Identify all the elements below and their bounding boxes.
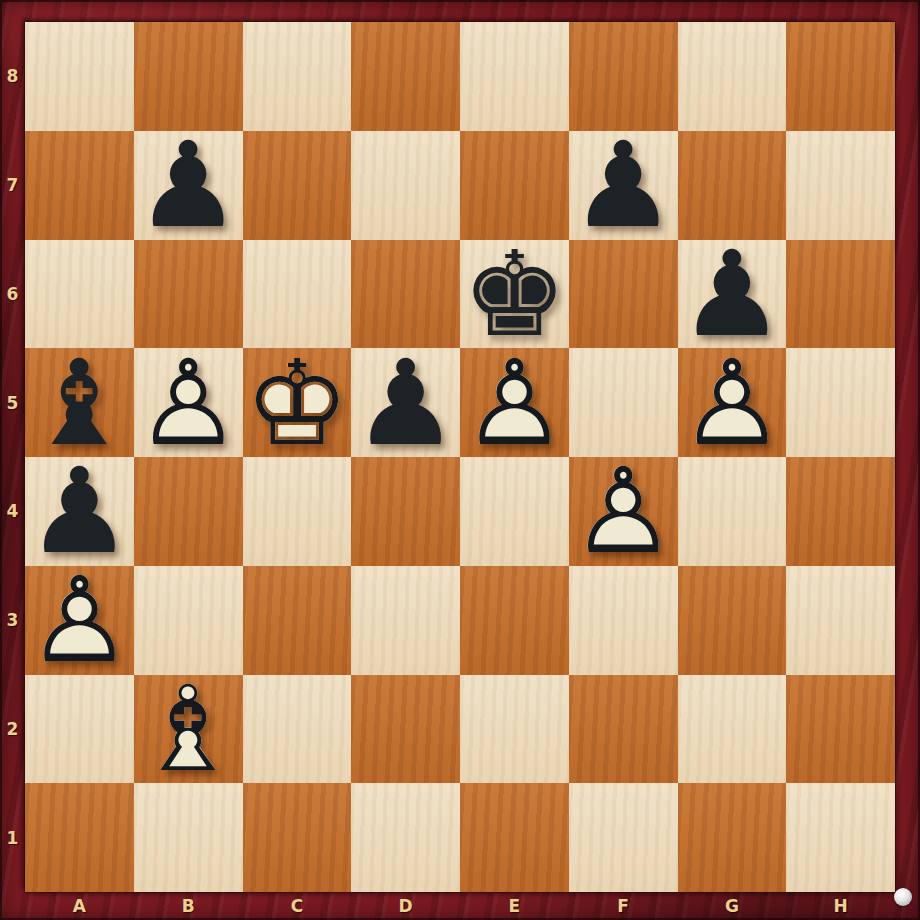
square-f4[interactable]: ♟♙ [569, 457, 678, 566]
square-d6[interactable] [351, 240, 460, 349]
square-c6[interactable] [243, 240, 352, 349]
rank-label-1: 1 [0, 783, 25, 892]
square-d5[interactable]: ♟ [351, 348, 460, 457]
white-pawn-outline-glyph: ♙ [678, 348, 787, 457]
file-label-f: F [569, 892, 678, 920]
square-a4[interactable]: ♟ [25, 457, 134, 566]
square-d4[interactable] [351, 457, 460, 566]
square-h4[interactable] [786, 457, 895, 566]
black-pawn-glyph: ♟ [25, 457, 134, 566]
square-b4[interactable] [134, 457, 243, 566]
square-c8[interactable] [243, 22, 352, 131]
white-king-outline-glyph: ♔ [243, 348, 352, 457]
file-label-h: H [786, 892, 895, 920]
piece-black-pawn[interactable]: ♟ [25, 457, 134, 566]
file-label-g: G [678, 892, 787, 920]
square-h7[interactable] [786, 131, 895, 240]
rank-label-6: 6 [0, 240, 25, 349]
square-c3[interactable] [243, 566, 352, 675]
square-f1[interactable] [569, 783, 678, 892]
square-h8[interactable] [786, 22, 895, 131]
square-f6[interactable] [569, 240, 678, 349]
white-pawn-outline-glyph: ♙ [25, 566, 134, 675]
square-b3[interactable] [134, 566, 243, 675]
file-label-e: E [460, 892, 569, 920]
square-c1[interactable] [243, 783, 352, 892]
rank-label-7: 7 [0, 131, 25, 240]
square-h3[interactable] [786, 566, 895, 675]
square-g7[interactable] [678, 131, 787, 240]
file-label-d: D [351, 892, 460, 920]
square-d7[interactable] [351, 131, 460, 240]
square-e5[interactable]: ♟♙ [460, 348, 569, 457]
rank-label-8: 8 [0, 22, 25, 131]
black-pawn-glyph: ♟ [569, 131, 678, 240]
square-c7[interactable] [243, 131, 352, 240]
square-h1[interactable] [786, 783, 895, 892]
square-g4[interactable] [678, 457, 787, 566]
square-d3[interactable] [351, 566, 460, 675]
piece-white-bishop[interactable]: ♝♗ [134, 675, 243, 784]
square-a1[interactable] [25, 783, 134, 892]
square-c2[interactable] [243, 675, 352, 784]
square-a5[interactable]: ♝ [25, 348, 134, 457]
piece-white-pawn[interactable]: ♟♙ [134, 348, 243, 457]
square-c4[interactable] [243, 457, 352, 566]
white-pawn-outline-glyph: ♙ [460, 348, 569, 457]
black-bishop-glyph: ♝ [25, 348, 134, 457]
file-label-c: C [243, 892, 352, 920]
square-b5[interactable]: ♟♙ [134, 348, 243, 457]
piece-white-pawn[interactable]: ♟♙ [25, 566, 134, 675]
square-h6[interactable] [786, 240, 895, 349]
file-label-b: B [134, 892, 243, 920]
square-f2[interactable] [569, 675, 678, 784]
square-b6[interactable] [134, 240, 243, 349]
square-f3[interactable] [569, 566, 678, 675]
rank-label-4: 4 [0, 457, 25, 566]
square-e8[interactable] [460, 22, 569, 131]
chess-board: ♟♟♚♟♝♟♙♚♔♟♟♙♟♙♟♟♙♟♙♝♗ [25, 22, 895, 892]
file-labels: ABCDEFGH [25, 892, 895, 920]
square-b1[interactable] [134, 783, 243, 892]
square-f5[interactable] [569, 348, 678, 457]
square-c5[interactable]: ♚♔ [243, 348, 352, 457]
white-bishop-outline-glyph: ♗ [134, 675, 243, 784]
square-a2[interactable] [25, 675, 134, 784]
square-g8[interactable] [678, 22, 787, 131]
square-h2[interactable] [786, 675, 895, 784]
piece-black-pawn[interactable]: ♟ [134, 131, 243, 240]
piece-black-pawn[interactable]: ♟ [351, 348, 460, 457]
rank-label-5: 5 [0, 348, 25, 457]
piece-white-king[interactable]: ♚♔ [243, 348, 352, 457]
white-pawn-outline-glyph: ♙ [134, 348, 243, 457]
square-g2[interactable] [678, 675, 787, 784]
square-d2[interactable] [351, 675, 460, 784]
board-frame: ♟♟♚♟♝♟♙♚♔♟♟♙♟♙♟♟♙♟♙♝♗ 87654321 ABCDEFGH [0, 0, 920, 920]
square-a8[interactable] [25, 22, 134, 131]
square-d8[interactable] [351, 22, 460, 131]
square-a3[interactable]: ♟♙ [25, 566, 134, 675]
square-g1[interactable] [678, 783, 787, 892]
square-a7[interactable] [25, 131, 134, 240]
square-g6[interactable]: ♟ [678, 240, 787, 349]
rank-label-2: 2 [0, 675, 25, 784]
square-b2[interactable]: ♝♗ [134, 675, 243, 784]
black-pawn-glyph: ♟ [351, 348, 460, 457]
rank-labels: 87654321 [0, 22, 25, 892]
piece-white-pawn[interactable]: ♟♙ [678, 348, 787, 457]
square-b8[interactable] [134, 22, 243, 131]
square-b7[interactable]: ♟ [134, 131, 243, 240]
square-e2[interactable] [460, 675, 569, 784]
black-pawn-glyph: ♟ [678, 240, 787, 349]
square-e1[interactable] [460, 783, 569, 892]
square-h5[interactable] [786, 348, 895, 457]
square-d1[interactable] [351, 783, 460, 892]
piece-black-king[interactable]: ♚ [460, 240, 569, 349]
piece-black-pawn[interactable]: ♟ [569, 131, 678, 240]
rank-label-3: 3 [0, 566, 25, 675]
square-e6[interactable]: ♚ [460, 240, 569, 349]
side-to-move-indicator [894, 888, 912, 906]
square-e4[interactable] [460, 457, 569, 566]
white-pawn-outline-glyph: ♙ [569, 457, 678, 566]
square-g3[interactable] [678, 566, 787, 675]
piece-white-pawn[interactable]: ♟♙ [460, 348, 569, 457]
square-g5[interactable]: ♟♙ [678, 348, 787, 457]
piece-black-pawn[interactable]: ♟ [678, 240, 787, 349]
square-f8[interactable] [569, 22, 678, 131]
black-pawn-glyph: ♟ [134, 131, 243, 240]
piece-black-bishop[interactable]: ♝ [25, 348, 134, 457]
black-king-glyph: ♚ [460, 240, 569, 349]
square-e3[interactable] [460, 566, 569, 675]
file-label-a: A [25, 892, 134, 920]
square-f7[interactable]: ♟ [569, 131, 678, 240]
square-a6[interactable] [25, 240, 134, 349]
square-e7[interactable] [460, 131, 569, 240]
piece-white-pawn[interactable]: ♟♙ [569, 457, 678, 566]
